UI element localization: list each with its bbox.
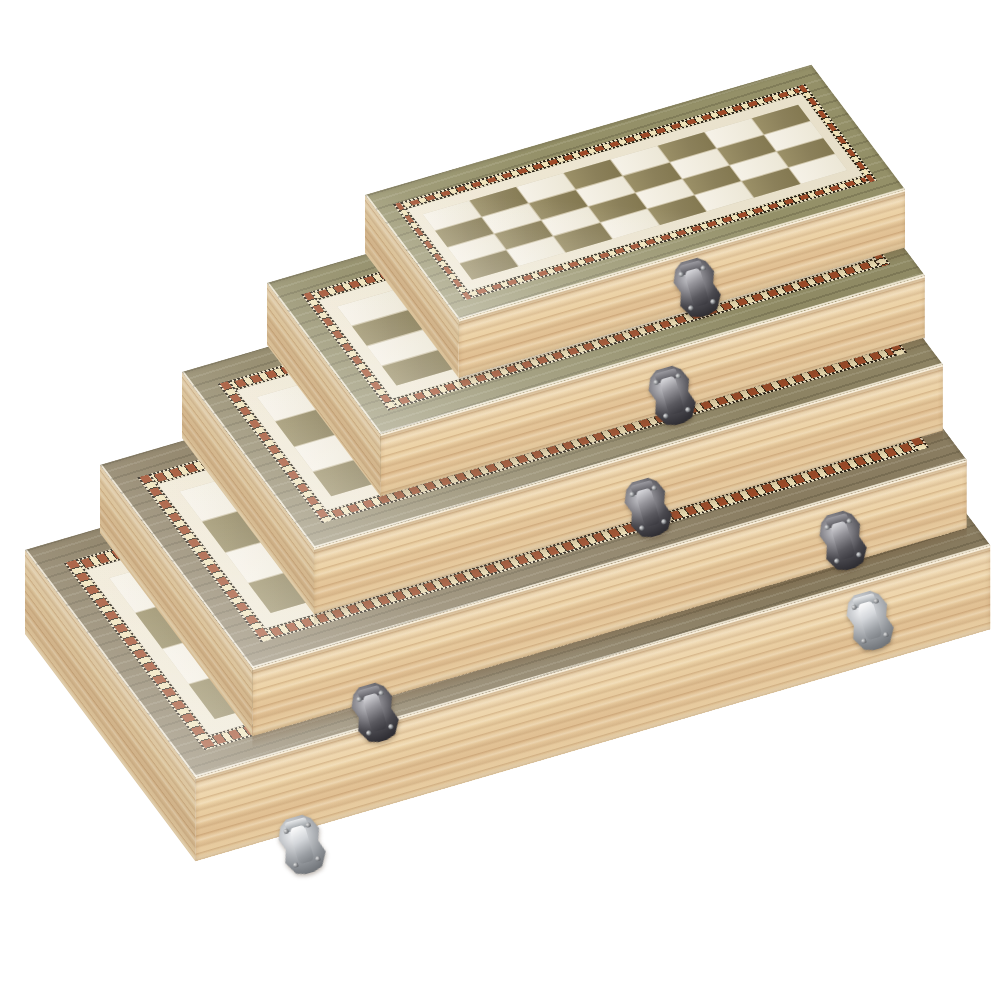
product-photo-stage <box>0 0 1001 1001</box>
